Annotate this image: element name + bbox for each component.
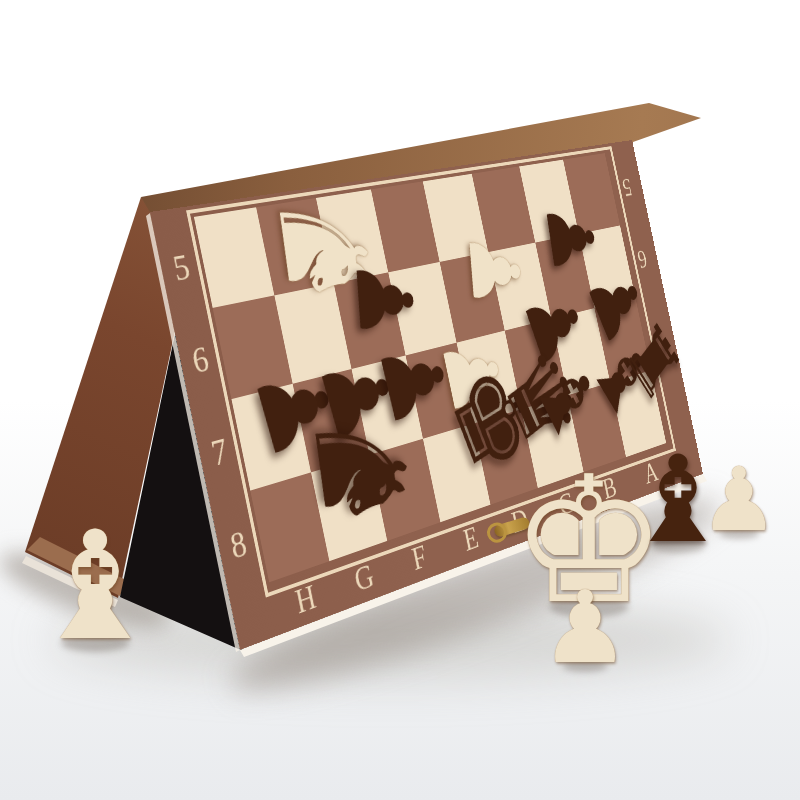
standing-white-bishop: ♝ [28, 511, 162, 661]
standing-pieces-layer: ♝♚♟♝♟ [0, 0, 800, 800]
standing-white-pawn: ♟ [700, 456, 779, 544]
standing-white-pawn: ♟ [540, 578, 630, 678]
scene: 5678HGFEDCBA56 ♞♟♟♟♟♟♟♟♟♟♚♛♝♝♜♞ ♝♚♟♝♟ [0, 0, 800, 800]
